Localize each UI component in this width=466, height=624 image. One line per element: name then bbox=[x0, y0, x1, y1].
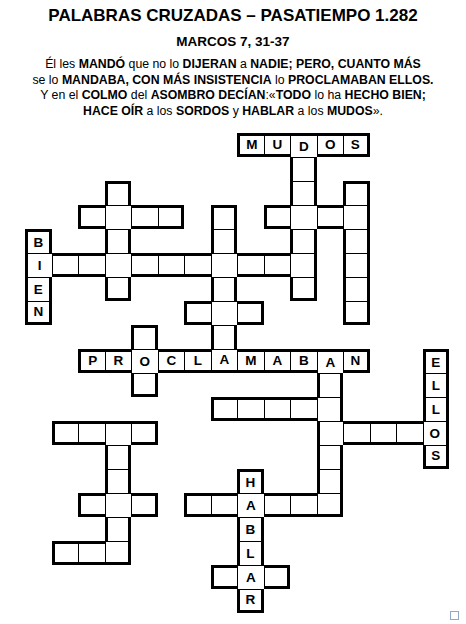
grid-cell-r4c7[interactable] bbox=[211, 229, 238, 253]
grid-cell-r5c4[interactable] bbox=[131, 253, 158, 277]
grid-cell-r4c12[interactable] bbox=[343, 229, 370, 253]
grid-cell-r5c9[interactable] bbox=[264, 253, 291, 277]
grid-cell-r9c4[interactable]: O bbox=[131, 349, 158, 373]
grid-cell-r7c0[interactable]: N bbox=[25, 301, 52, 325]
grid-cell-r17c8[interactable]: L bbox=[237, 541, 264, 565]
grid-cell-r15c11[interactable] bbox=[317, 493, 344, 517]
grid-cell-r12c4[interactable] bbox=[131, 421, 158, 445]
cell-letter: R bbox=[113, 354, 123, 368]
grid-cell-r9c2[interactable]: P bbox=[78, 349, 105, 373]
grid-cell-r0c9[interactable]: U bbox=[264, 133, 291, 157]
grid-cell-r10c4[interactable] bbox=[131, 373, 158, 397]
verse-line-3: Y en el COLMO del ASOMBRO DECÍAN:«TODO l… bbox=[0, 88, 466, 104]
grid-cell-r14c11[interactable] bbox=[317, 469, 344, 493]
page-title: PALABRAS CRUZADAS – PASATIEMPO 1.282 bbox=[0, 6, 466, 26]
cell-letter: O bbox=[325, 138, 336, 152]
grid-cell-r0c12[interactable]: S bbox=[343, 133, 370, 157]
grid-cell-r9c8[interactable]: M bbox=[237, 349, 264, 373]
grid-cell-r3c10[interactable] bbox=[290, 205, 317, 229]
cell-letter: R bbox=[245, 593, 255, 607]
grid-cell-r0c8[interactable]: M bbox=[237, 133, 264, 157]
grid-cell-r14c8[interactable]: H bbox=[237, 469, 264, 493]
grid-cell-r12c2[interactable] bbox=[78, 421, 105, 445]
grid-cell-r12c13[interactable] bbox=[370, 421, 397, 445]
cell-letter: M bbox=[246, 138, 257, 152]
puzzle-page: PALABRAS CRUZADAS – PASATIEMPO 1.282 MAR… bbox=[0, 0, 466, 624]
grid-cell-r8c4[interactable] bbox=[131, 325, 158, 349]
grid-cell-r12c3[interactable] bbox=[105, 421, 132, 445]
grid-cell-r6c3[interactable] bbox=[105, 277, 132, 301]
cell-letter: H bbox=[245, 476, 255, 490]
grid-cell-r10c15[interactable]: L bbox=[423, 373, 450, 397]
grid-cell-r3c9[interactable] bbox=[264, 205, 291, 229]
grid-cell-r14c3[interactable] bbox=[105, 469, 132, 493]
grid-cell-r6c0[interactable]: E bbox=[25, 277, 52, 301]
grid-cell-r3c5[interactable] bbox=[158, 205, 185, 229]
cell-letter: N bbox=[350, 354, 360, 368]
grid-cell-r15c9[interactable] bbox=[264, 493, 291, 517]
grid-cell-r15c7[interactable] bbox=[211, 493, 238, 517]
grid-cell-r4c0[interactable]: B bbox=[25, 229, 52, 253]
grid-cell-r11c15[interactable]: L bbox=[423, 397, 450, 421]
cell-letter: E bbox=[34, 283, 43, 297]
grid-cell-r4c10[interactable] bbox=[290, 229, 317, 253]
verse-line-1: Él les MANDÓ que no lo DIJERAN a NADIE; … bbox=[0, 57, 466, 73]
cell-letter: O bbox=[429, 427, 440, 441]
corner-square-mark bbox=[450, 611, 459, 620]
grid-cell-r5c10[interactable] bbox=[290, 253, 317, 277]
grid-cell-r5c1[interactable] bbox=[52, 253, 79, 277]
grid-cell-r4c3[interactable] bbox=[105, 229, 132, 253]
grid-cell-r5c5[interactable] bbox=[158, 253, 185, 277]
cell-letter: A bbox=[246, 499, 256, 513]
grid-cell-r15c4[interactable] bbox=[131, 493, 158, 517]
grid-cell-r9c9[interactable]: A bbox=[264, 349, 291, 373]
grid-cell-r5c8[interactable] bbox=[237, 253, 264, 277]
grid-cell-r11c9[interactable] bbox=[264, 397, 291, 421]
cell-letter: O bbox=[139, 355, 150, 369]
verse-line-4: HACE OÍR a los SORDOS y HABLAR a los MUD… bbox=[0, 104, 466, 120]
grid-cell-r15c6[interactable] bbox=[184, 493, 211, 517]
grid-cell-r18c9[interactable] bbox=[264, 565, 291, 589]
grid-cell-r16c8[interactable]: B bbox=[237, 517, 264, 541]
grid-cell-r18c7[interactable] bbox=[211, 565, 238, 589]
grid-cell-r0c11[interactable]: O bbox=[317, 133, 344, 157]
grid-cell-r6c12[interactable] bbox=[343, 277, 370, 301]
cell-letter: M bbox=[245, 354, 256, 368]
cell-letter: P bbox=[88, 354, 97, 368]
grid-cell-r9c15[interactable]: E bbox=[423, 349, 450, 373]
grid-cell-r9c12[interactable]: N bbox=[343, 349, 370, 373]
grid-cell-r12c1[interactable] bbox=[52, 421, 79, 445]
grid-cell-r5c12[interactable] bbox=[343, 253, 370, 277]
grid-cell-r9c5[interactable]: C bbox=[158, 349, 185, 373]
cell-letter: B bbox=[245, 523, 255, 537]
grid-cell-r2c12[interactable] bbox=[343, 181, 370, 205]
grid-cell-r11c10[interactable] bbox=[290, 397, 317, 421]
grid-cell-r15c10[interactable] bbox=[290, 493, 317, 517]
grid-cell-r7c7[interactable] bbox=[211, 301, 238, 325]
cell-letter: A bbox=[219, 353, 229, 367]
grid-cell-r9c3[interactable]: R bbox=[105, 349, 132, 373]
grid-cell-r16c3[interactable] bbox=[105, 517, 132, 541]
grid-cell-r8c7[interactable] bbox=[211, 325, 238, 349]
page-subtitle: MARCOS 7, 31-37 bbox=[0, 34, 466, 49]
cell-letter: C bbox=[166, 354, 176, 368]
cell-letter: B bbox=[299, 354, 309, 368]
grid-cell-r12c15[interactable]: O bbox=[423, 421, 450, 445]
crossword-board: MUDOSBIENPROCLAMABANELLOSHABLAR bbox=[25, 133, 449, 613]
cell-letter: A bbox=[325, 356, 335, 370]
grid-cell-r3c11[interactable] bbox=[317, 205, 344, 229]
cell-letter: I bbox=[38, 259, 42, 273]
cell-letter: N bbox=[33, 305, 43, 319]
cell-letter: A bbox=[246, 571, 256, 585]
grid-cell-r13c11[interactable] bbox=[317, 445, 344, 469]
grid-cell-r6c10[interactable] bbox=[290, 277, 317, 301]
grid-cell-r15c3[interactable] bbox=[105, 493, 132, 517]
cell-letter: L bbox=[246, 547, 254, 561]
grid-cell-r5c2[interactable] bbox=[78, 253, 105, 277]
grid-cell-r2c10[interactable] bbox=[290, 181, 317, 205]
grid-cell-r17c3[interactable] bbox=[105, 541, 132, 565]
cell-letter: E bbox=[431, 356, 440, 370]
cell-letter: L bbox=[194, 354, 202, 368]
grid-cell-r15c8[interactable]: A bbox=[237, 493, 264, 517]
grid-cell-r12c14[interactable] bbox=[396, 421, 423, 445]
grid-cell-r3c12[interactable] bbox=[343, 205, 370, 229]
grid-cell-r5c7[interactable] bbox=[211, 253, 238, 277]
grid-cell-r12c12[interactable] bbox=[343, 421, 370, 445]
grid-cell-r17c1[interactable] bbox=[52, 541, 79, 565]
cell-letter: A bbox=[272, 354, 282, 368]
grid-cell-r3c2[interactable] bbox=[78, 205, 105, 229]
grid-cell-r3c3[interactable] bbox=[105, 205, 132, 229]
cell-letter: S bbox=[431, 449, 440, 463]
grid-cell-r7c12[interactable] bbox=[343, 301, 370, 325]
grid-cell-r19c8[interactable]: R bbox=[237, 589, 264, 613]
grid-cell-r1c10[interactable] bbox=[290, 157, 317, 181]
grid-cell-r18c8[interactable]: A bbox=[237, 565, 264, 589]
cell-letter: U bbox=[272, 138, 282, 152]
grid-cell-r9c10[interactable]: B bbox=[290, 349, 317, 373]
grid-cell-r11c11[interactable] bbox=[317, 397, 344, 421]
grid-cell-r3c4[interactable] bbox=[131, 205, 158, 229]
grid-cell-r7c6[interactable] bbox=[184, 301, 211, 325]
grid-cell-r11c7[interactable] bbox=[211, 397, 238, 421]
grid-cell-r10c11[interactable] bbox=[317, 373, 344, 397]
grid-cell-r0c10[interactable]: D bbox=[290, 133, 317, 157]
verse-text: Él les MANDÓ que no lo DIJERAN a NADIE; … bbox=[0, 57, 466, 119]
grid-cell-r5c0[interactable]: I bbox=[25, 253, 52, 277]
grid-cell-r15c2[interactable] bbox=[78, 493, 105, 517]
grid-cell-r9c6[interactable]: L bbox=[184, 349, 211, 373]
grid-cell-r7c8[interactable] bbox=[237, 301, 264, 325]
verse-line-2: se lo MANDABA, CON MÁS INSISTENCIA lo PR… bbox=[0, 73, 466, 89]
grid-cell-r12c11[interactable] bbox=[317, 421, 344, 445]
grid-cell-r6c7[interactable] bbox=[211, 277, 238, 301]
grid-cell-r17c2[interactable] bbox=[78, 541, 105, 565]
grid-cell-r11c8[interactable] bbox=[237, 397, 264, 421]
grid-cell-r3c7[interactable] bbox=[211, 205, 238, 229]
cell-letter: D bbox=[299, 140, 309, 154]
cell-letter: B bbox=[33, 236, 43, 250]
grid-cell-r2c3[interactable] bbox=[105, 181, 132, 205]
grid-cell-r13c15[interactable]: S bbox=[423, 445, 450, 469]
cell-letter: S bbox=[351, 138, 360, 152]
grid-cell-r13c3[interactable] bbox=[105, 445, 132, 469]
cell-letter: L bbox=[432, 403, 440, 417]
grid-cell-r9c11[interactable]: A bbox=[317, 349, 344, 373]
grid-cell-r5c3[interactable] bbox=[105, 253, 132, 277]
grid-cell-r5c6[interactable] bbox=[184, 253, 211, 277]
grid-cell-r9c7[interactable]: A bbox=[211, 349, 238, 373]
cell-letter: L bbox=[432, 379, 440, 393]
